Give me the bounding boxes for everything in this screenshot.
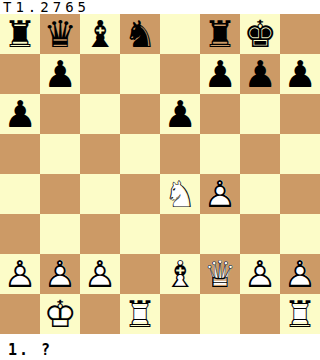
square-d7[interactable] [120,54,160,94]
white-pawn-outline: ♙ [40,254,80,294]
square-g7[interactable]: ♟ [240,54,280,94]
square-g2[interactable]: ♟♙ [240,254,280,294]
puzzle-id: T1.2765 [0,0,320,14]
white-king-outline: ♔ [40,294,80,334]
black-king-fill: ♚ [240,14,280,54]
square-h6[interactable] [280,94,320,134]
white-knight-outline: ♘ [160,174,200,214]
square-d5[interactable] [120,134,160,174]
square-c4[interactable] [80,174,120,214]
piece-black-rook[interactable]: ♜ [0,14,40,54]
piece-black-pawn[interactable]: ♟ [200,54,240,94]
piece-white-pawn[interactable]: ♟♙ [200,174,240,214]
square-f2[interactable]: ♛♕ [200,254,240,294]
piece-black-pawn[interactable]: ♟ [240,54,280,94]
square-b2[interactable]: ♟♙ [40,254,80,294]
square-b7[interactable]: ♟ [40,54,80,94]
black-rook-fill: ♜ [0,14,40,54]
square-d8[interactable]: ♞ [120,14,160,54]
square-f3[interactable] [200,214,240,254]
piece-black-knight[interactable]: ♞ [120,14,160,54]
black-pawn-fill: ♟ [40,54,80,94]
square-e3[interactable] [160,214,200,254]
piece-white-rook[interactable]: ♜♖ [280,294,320,334]
square-g3[interactable] [240,214,280,254]
chess-board: ♜♛♝♞♜♚♟♟♟♟♟♟♞♘♟♙♟♙♟♙♟♙♝♗♛♕♟♙♟♙♚♔♜♖♜♖ [0,14,320,334]
piece-black-king[interactable]: ♚ [240,14,280,54]
square-f6[interactable] [200,94,240,134]
piece-white-bishop[interactable]: ♝♗ [160,254,200,294]
square-h8[interactable] [280,14,320,54]
piece-white-pawn[interactable]: ♟♙ [280,254,320,294]
piece-white-pawn[interactable]: ♟♙ [80,254,120,294]
square-c3[interactable] [80,214,120,254]
square-f4[interactable]: ♟♙ [200,174,240,214]
square-d6[interactable] [120,94,160,134]
black-pawn-fill: ♟ [160,94,200,134]
white-pawn-outline: ♙ [240,254,280,294]
square-g5[interactable] [240,134,280,174]
piece-white-rook[interactable]: ♜♖ [120,294,160,334]
square-a3[interactable] [0,214,40,254]
black-pawn-fill: ♟ [240,54,280,94]
square-h3[interactable] [280,214,320,254]
square-e5[interactable] [160,134,200,174]
square-a2[interactable]: ♟♙ [0,254,40,294]
square-g6[interactable] [240,94,280,134]
square-c1[interactable] [80,294,120,334]
square-b5[interactable] [40,134,80,174]
square-d3[interactable] [120,214,160,254]
square-a6[interactable]: ♟ [0,94,40,134]
piece-white-king[interactable]: ♚♔ [40,294,80,334]
chess-puzzle-app: T1.2765 ♜♛♝♞♜♚♟♟♟♟♟♟♞♘♟♙♟♙♟♙♟♙♝♗♛♕♟♙♟♙♚♔… [0,0,320,360]
square-c8[interactable]: ♝ [80,14,120,54]
piece-white-pawn[interactable]: ♟♙ [240,254,280,294]
square-g4[interactable] [240,174,280,214]
square-c2[interactable]: ♟♙ [80,254,120,294]
black-pawn-fill: ♟ [280,54,320,94]
piece-black-pawn[interactable]: ♟ [280,54,320,94]
square-b8[interactable]: ♛ [40,14,80,54]
piece-black-queen[interactable]: ♛ [40,14,80,54]
piece-black-bishop[interactable]: ♝ [80,14,120,54]
square-g8[interactable]: ♚ [240,14,280,54]
black-pawn-fill: ♟ [0,94,40,134]
square-e7[interactable] [160,54,200,94]
piece-white-queen[interactable]: ♛♕ [200,254,240,294]
square-h1[interactable]: ♜♖ [280,294,320,334]
piece-black-pawn[interactable]: ♟ [160,94,200,134]
square-g1[interactable] [240,294,280,334]
move-prompt: 1. ? [0,334,320,360]
square-f5[interactable] [200,134,240,174]
square-e2[interactable]: ♝♗ [160,254,200,294]
square-f1[interactable] [200,294,240,334]
white-rook-outline: ♖ [120,294,160,334]
black-rook-fill: ♜ [200,14,240,54]
white-pawn-outline: ♙ [280,254,320,294]
square-d4[interactable] [120,174,160,214]
square-f8[interactable]: ♜ [200,14,240,54]
square-f7[interactable]: ♟ [200,54,240,94]
piece-white-pawn[interactable]: ♟♙ [40,254,80,294]
white-bishop-outline: ♗ [160,254,200,294]
square-e6[interactable]: ♟ [160,94,200,134]
square-e1[interactable] [160,294,200,334]
square-b6[interactable] [40,94,80,134]
piece-black-pawn[interactable]: ♟ [0,94,40,134]
square-c5[interactable] [80,134,120,174]
white-queen-outline: ♕ [200,254,240,294]
square-b3[interactable] [40,214,80,254]
square-c7[interactable] [80,54,120,94]
white-rook-outline: ♖ [280,294,320,334]
piece-white-pawn[interactable]: ♟♙ [0,254,40,294]
square-d2[interactable] [120,254,160,294]
square-h5[interactable] [280,134,320,174]
square-d1[interactable]: ♜♖ [120,294,160,334]
square-a1[interactable] [0,294,40,334]
white-pawn-outline: ♙ [0,254,40,294]
piece-black-pawn[interactable]: ♟ [40,54,80,94]
square-h4[interactable] [280,174,320,214]
square-h2[interactable]: ♟♙ [280,254,320,294]
square-b1[interactable]: ♚♔ [40,294,80,334]
black-bishop-fill: ♝ [80,14,120,54]
piece-black-rook[interactable]: ♜ [200,14,240,54]
black-knight-fill: ♞ [120,14,160,54]
white-pawn-outline: ♙ [200,174,240,214]
piece-white-knight[interactable]: ♞♘ [160,174,200,214]
square-h7[interactable]: ♟ [280,54,320,94]
square-b4[interactable] [40,174,80,214]
square-a8[interactable]: ♜ [0,14,40,54]
square-a5[interactable] [0,134,40,174]
white-pawn-outline: ♙ [80,254,120,294]
square-e8[interactable] [160,14,200,54]
square-a7[interactable] [0,54,40,94]
square-c6[interactable] [80,94,120,134]
square-a4[interactable] [0,174,40,214]
black-queen-fill: ♛ [40,14,80,54]
square-e4[interactable]: ♞♘ [160,174,200,214]
black-pawn-fill: ♟ [200,54,240,94]
